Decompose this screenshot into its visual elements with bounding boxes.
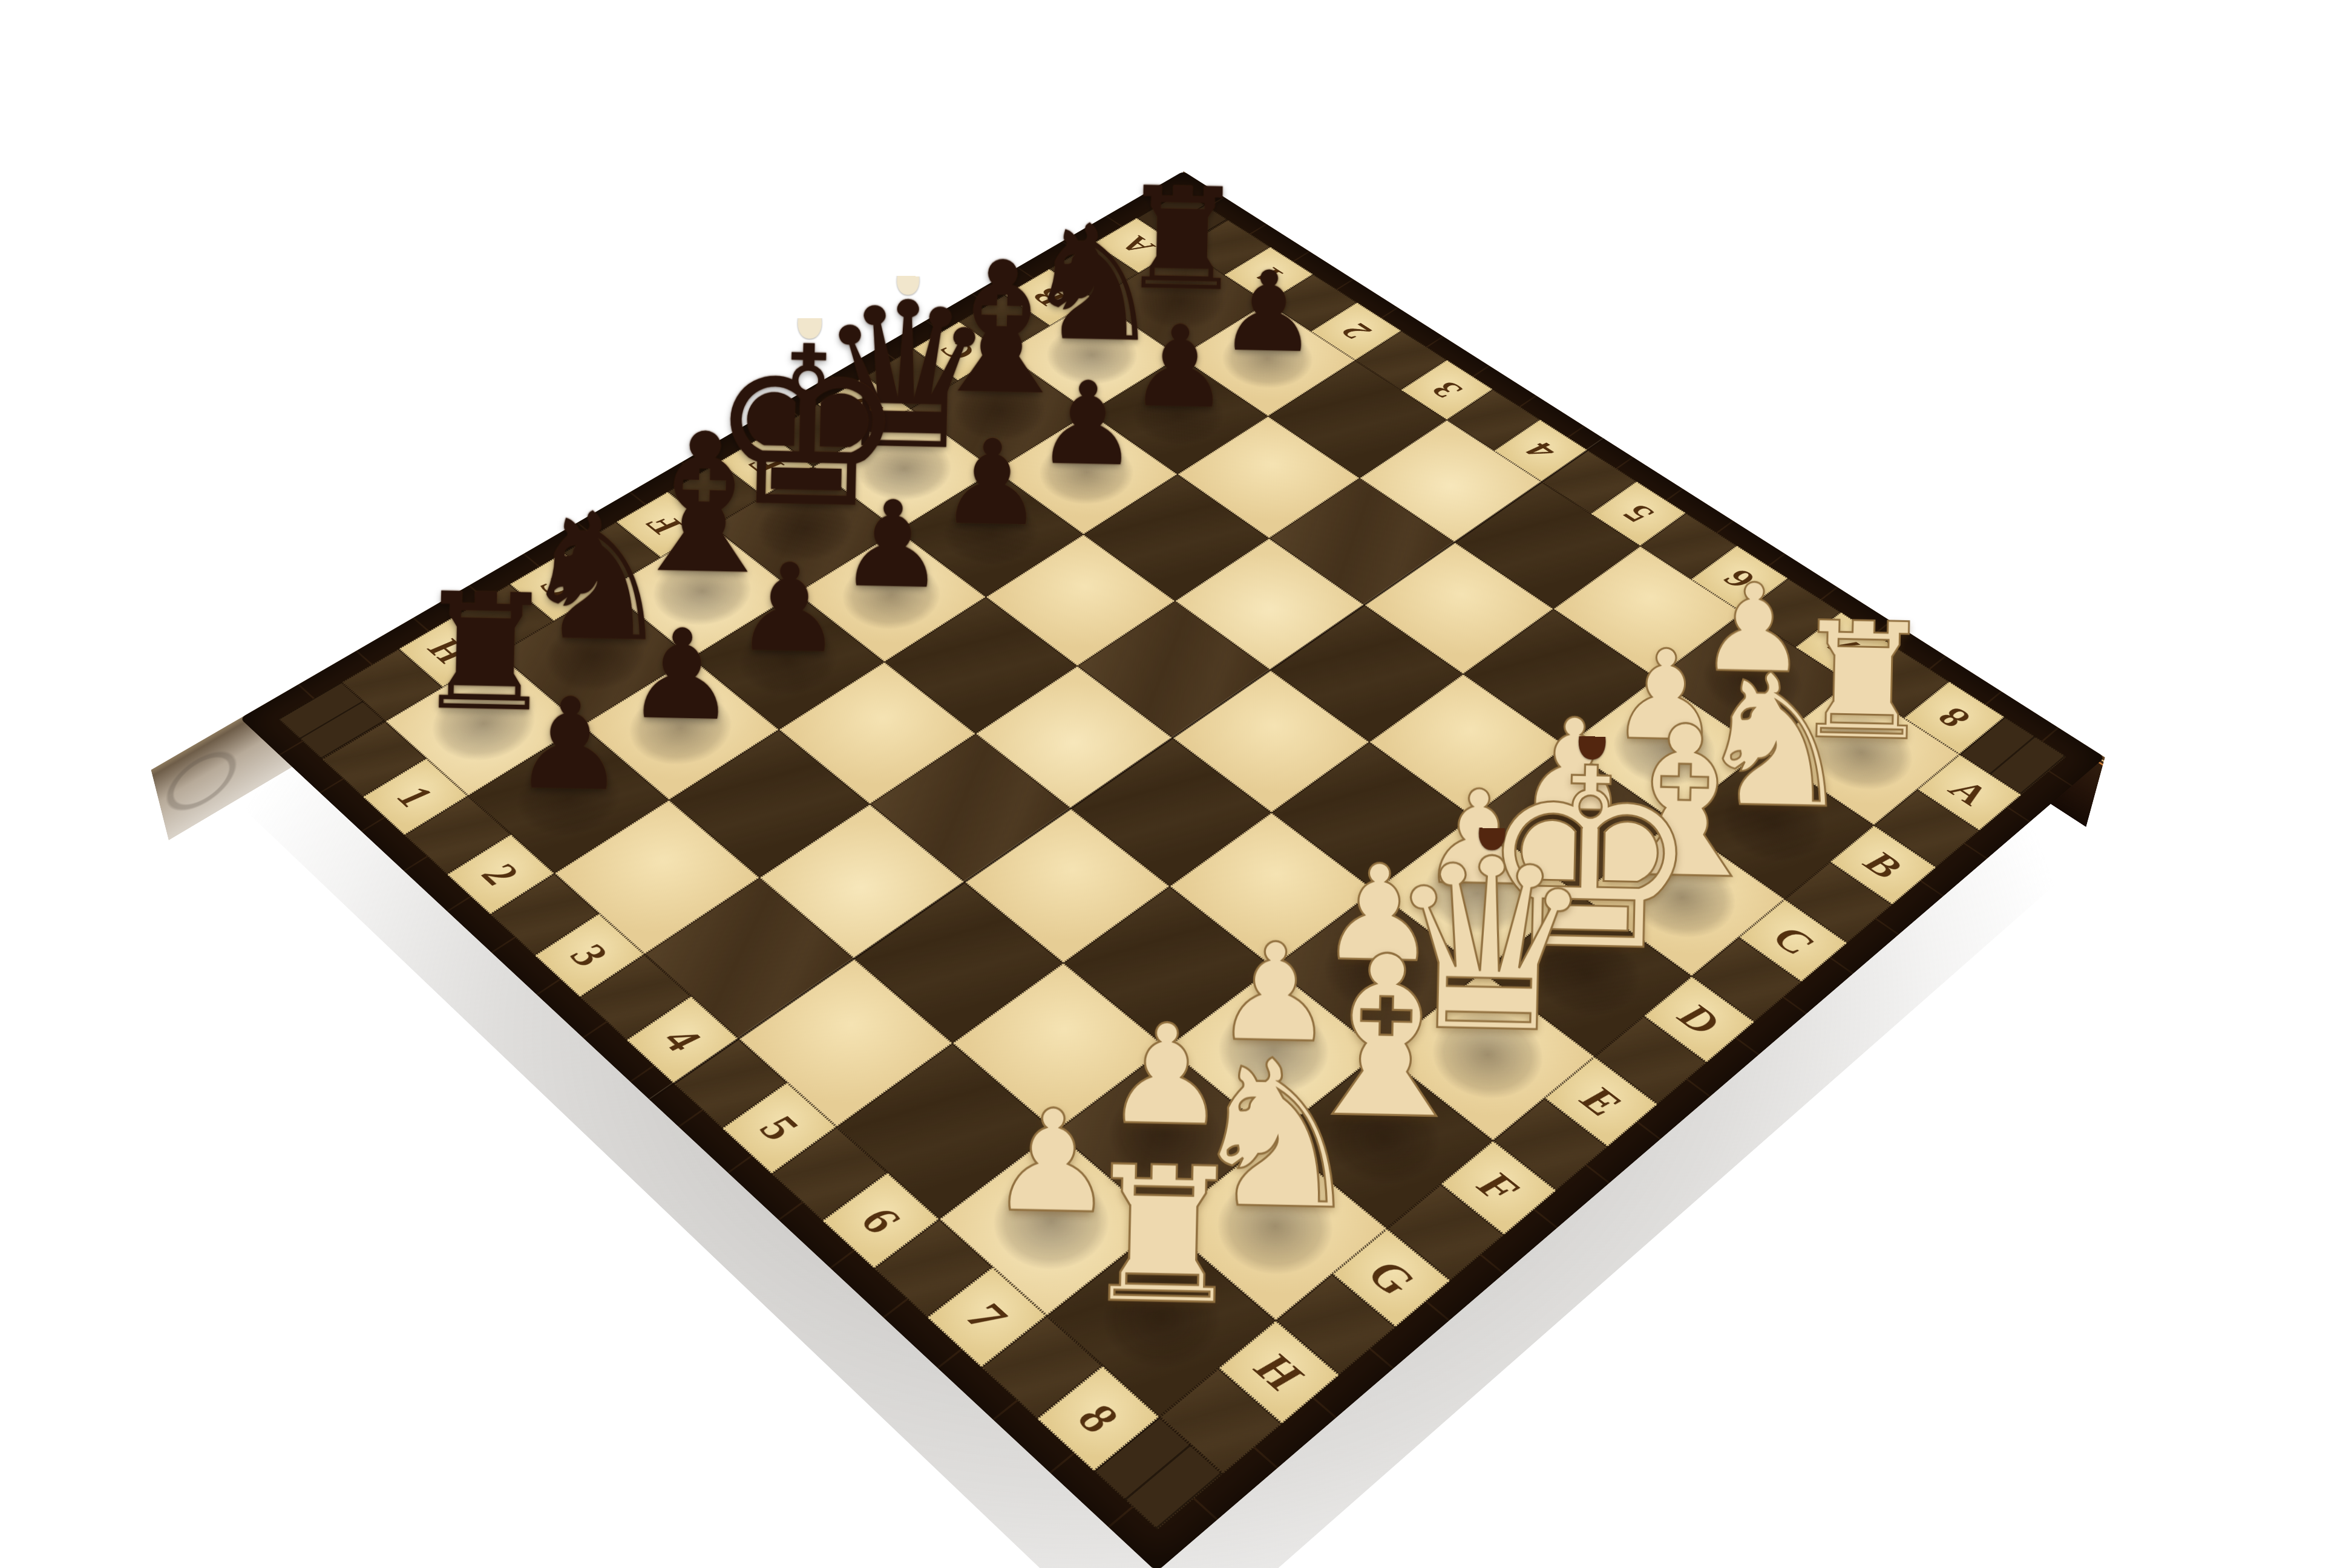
piece-shadow xyxy=(1113,371,1245,459)
chessboard-scene: 12345678 12345678 ABCDEFGH ABCDEFGH ♜♞♟♝… xyxy=(0,0,2343,1568)
piece-glyph-pawn: ♟ xyxy=(733,547,845,671)
queen-finial-tip xyxy=(897,264,920,295)
piece-glyph-pawn: ♟ xyxy=(512,680,628,809)
square-c3[interactable] xyxy=(1084,474,1270,601)
king-finial-tip xyxy=(1578,722,1606,760)
square-e3[interactable] xyxy=(885,597,1078,734)
camera-tilt-wrapper: 12345678 12345678 ABCDEFGH ABCDEFGH ♜♞♟♝… xyxy=(0,0,2343,1568)
piece-shadow xyxy=(922,486,1060,580)
square-c5[interactable] xyxy=(1270,605,1463,742)
pieces-layer: ♜♞♟♝♟♛♟♚♟♝♟♞♟♟♜♟♟♜♟♟♞♟♝♟♚♟♛♟♝♟♞♜ xyxy=(240,171,2105,1568)
square-c2[interactable] xyxy=(995,413,1178,535)
square-b5[interactable] xyxy=(1365,542,1554,674)
piece-glyph-pawn: ♟ xyxy=(837,484,947,606)
square-b4[interactable] xyxy=(1269,478,1455,605)
square-d3[interactable] xyxy=(986,535,1175,666)
photo-of-wooden-chess-set: { "game": "chess", "board": { "files": [… xyxy=(0,0,2343,1568)
square-d2[interactable] xyxy=(898,471,1084,597)
piece-glyph-rook: ♜ xyxy=(1078,1141,1249,1331)
queen-finial-tip xyxy=(1479,814,1506,851)
piece-shadow xyxy=(821,547,961,644)
piece-glyph-pawn: ♟ xyxy=(1035,365,1140,482)
square-b3[interactable] xyxy=(1178,416,1360,538)
square-e2[interactable] xyxy=(797,531,986,662)
piece-glyph-pawn: ♟ xyxy=(624,612,738,739)
square-b2[interactable] xyxy=(1089,357,1268,474)
chess-board: 12345678 12345678 ABCDEFGH ABCDEFGH ♜♞♟♝… xyxy=(240,171,2105,1568)
piece-shadow xyxy=(1019,428,1153,518)
square-c4[interactable] xyxy=(1175,538,1365,670)
king-finial-tip xyxy=(797,305,822,339)
square-d4[interactable] xyxy=(1077,601,1270,737)
piece-glyph-pawn: ♟ xyxy=(938,423,1045,543)
piece-glyph-pawn: ♟ xyxy=(1128,310,1231,425)
